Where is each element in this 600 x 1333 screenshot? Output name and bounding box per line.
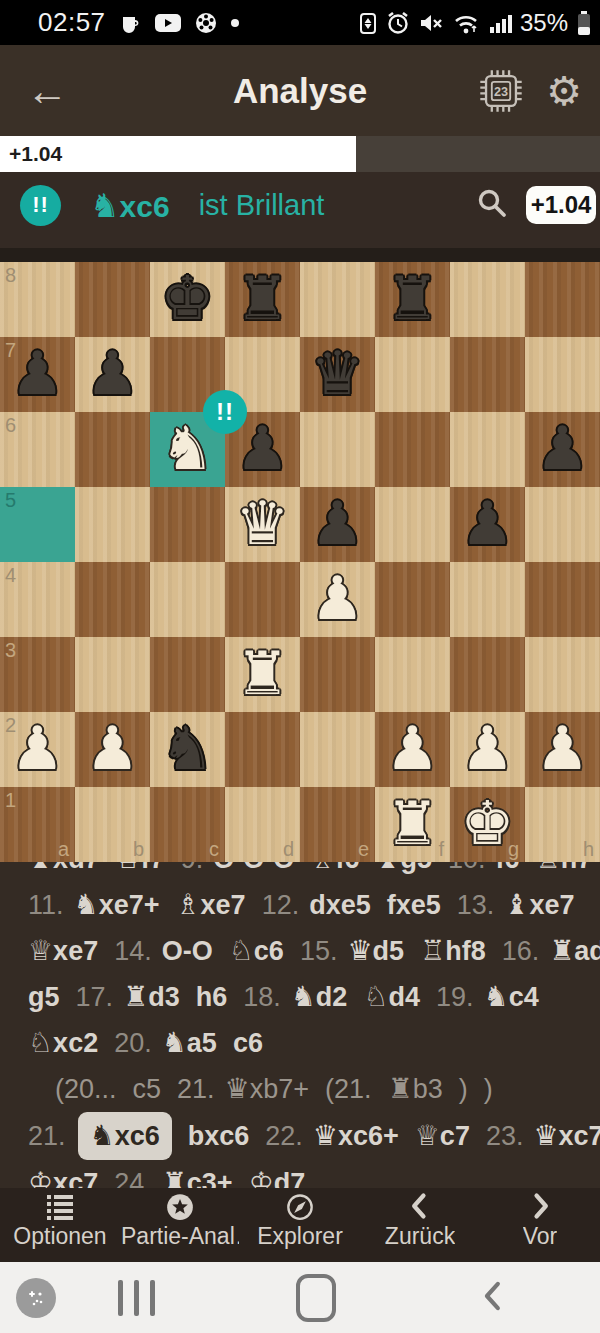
square-a6[interactable]: 6	[0, 412, 75, 487]
signal-icon	[488, 11, 512, 35]
evaluation-badge[interactable]: +1.04	[526, 186, 596, 224]
options-list-icon	[45, 1192, 75, 1220]
square-a8[interactable]: 8	[0, 262, 75, 337]
chevron-left-icon	[405, 1192, 435, 1220]
square-e1[interactable]: e	[300, 787, 375, 862]
figurine-icon: ♖	[420, 934, 445, 967]
move[interactable]: ♘c6	[229, 928, 284, 974]
move-number: 24.	[114, 1160, 152, 1188]
move[interactable]: dxe5	[309, 882, 371, 928]
move-number: 17.	[76, 974, 114, 1020]
move[interactable]: ♛d5	[347, 928, 404, 974]
engine-depth-badge: 23	[494, 85, 508, 99]
square-d3[interactable]: ♜	[225, 637, 300, 712]
rank-label-6: 6	[5, 414, 16, 437]
piece-white-queen: ♛	[225, 487, 300, 562]
move[interactable]: (21.	[325, 1066, 372, 1112]
figurine-icon: ♜	[162, 1166, 187, 1188]
move-number: 16.	[502, 928, 540, 974]
annotation-bar: !! ♞xc6 ist Brillant +1.04	[0, 172, 600, 248]
rank-label-4: 4	[5, 564, 16, 587]
square-e2[interactable]	[300, 712, 375, 787]
coffee-app-icon	[118, 11, 142, 35]
status-bar: 02:57 35%	[0, 0, 600, 45]
piece-white-rook: ♜	[375, 787, 450, 862]
piece-white-king: ♚	[450, 787, 525, 862]
figurine-icon: ♘	[28, 1026, 53, 1059]
move-number: 15.	[300, 928, 338, 974]
piece-black-queen: ♛	[300, 337, 375, 412]
square-a3[interactable]: 3	[0, 637, 75, 712]
figurine-icon: ♞	[90, 1119, 115, 1152]
square-f5[interactable]	[375, 487, 450, 562]
move-line-1: 11.♞xe7+♗xe712.dxe5fxe513.♝xe7	[0, 882, 600, 928]
square-h4[interactable]	[525, 562, 600, 637]
move[interactable]: ♔d7	[249, 1160, 306, 1188]
brilliant-badge-icon: !!	[20, 185, 61, 226]
move-number: 13.	[457, 882, 495, 928]
battery-icon	[576, 10, 592, 36]
evaluation-bar-white: +1.04	[0, 136, 356, 172]
move[interactable]: ♘xc2	[28, 1020, 98, 1066]
move[interactable]: c6	[233, 1020, 263, 1066]
move[interactable]: c5	[133, 1066, 162, 1112]
back-move-button[interactable]: Zurück	[360, 1188, 480, 1262]
move-number: 18.	[243, 974, 281, 1020]
figurine-icon: ♕	[415, 1119, 440, 1152]
move[interactable]: ♗f6	[310, 862, 359, 882]
square-a7[interactable]: 7♟	[0, 337, 75, 412]
youtube-icon	[154, 12, 182, 34]
move[interactable]: ♛xc7+	[533, 1113, 600, 1159]
square-c3[interactable]	[150, 637, 225, 712]
rank-label-1: 1	[5, 789, 16, 812]
move[interactable]: O-O-O	[213, 862, 294, 882]
square-d8[interactable]: ♜	[225, 262, 300, 337]
square-f8[interactable]: ♜	[375, 262, 450, 337]
move[interactable]: ♜ad1	[549, 928, 600, 974]
square-d4[interactable]	[225, 562, 300, 637]
square-d1[interactable]: d	[225, 787, 300, 862]
square-d5[interactable]: ♛	[225, 487, 300, 562]
star-circle-icon	[165, 1192, 195, 1220]
square-g7[interactable]	[450, 337, 525, 412]
figurine-icon: ♗	[310, 862, 335, 875]
square-a5[interactable]: 5	[0, 487, 75, 562]
chevron-right-icon	[525, 1192, 555, 1220]
move[interactable]: ♜b3	[388, 1066, 443, 1112]
move[interactable]: ♝xd7	[28, 862, 100, 882]
square-c5[interactable]	[150, 487, 225, 562]
figurine-icon: ♞	[291, 980, 316, 1013]
figurine-icon: ♘	[363, 980, 388, 1013]
file-label-b: b	[133, 838, 144, 861]
square-c2[interactable]: ♞	[150, 712, 225, 787]
square-a1[interactable]: 1a	[0, 787, 75, 862]
square-e3[interactable]	[300, 637, 375, 712]
figurine-icon: ♗	[175, 888, 200, 921]
move-line-0: ♝xd7♔f79.O-O-O♗f6♝g510.f6♖h7♜e7	[0, 862, 600, 882]
piece-white-rook: ♜	[225, 637, 300, 712]
current-move[interactable]: ♞xc6	[78, 1112, 172, 1160]
figurine-icon: ♔	[116, 862, 141, 875]
rank-label-5: 5	[5, 489, 16, 512]
square-f2[interactable]: ♟	[375, 712, 450, 787]
evaluation-value: +1.04	[9, 142, 62, 166]
square-c8[interactable]: ♚	[150, 262, 225, 337]
move-number: 21.	[177, 1066, 215, 1112]
square-g2[interactable]: ♟	[450, 712, 525, 787]
move-number: 9.	[181, 862, 204, 882]
move[interactable]: ♔xc7	[28, 1160, 98, 1188]
flower-app-icon	[194, 11, 218, 35]
figurine-icon: ♝	[28, 862, 53, 875]
piece-black-pawn: ♟	[225, 412, 300, 487]
battery-percent: 35%	[520, 9, 568, 37]
explorer-button[interactable]: Explorer	[240, 1188, 360, 1262]
move-number: 23.	[486, 1113, 524, 1159]
settings-gear-icon[interactable]: ⚙	[546, 71, 582, 111]
move[interactable]: ♝g5	[375, 862, 432, 882]
piece-white-pawn: ♟	[525, 712, 600, 787]
square-b4[interactable]	[75, 562, 150, 637]
figurine-icon: ♜	[123, 980, 148, 1013]
piece-black-pawn: ♟	[75, 337, 150, 412]
square-h8[interactable]	[525, 262, 600, 337]
square-f4[interactable]	[375, 562, 450, 637]
piece-white-pawn: ♟	[75, 712, 150, 787]
figurine-icon: ♞	[162, 1026, 187, 1059]
figurine-icon: ♛	[313, 1119, 338, 1152]
square-g3[interactable]	[450, 637, 525, 712]
move-line-4: ♘xc220.♞a5c6	[0, 1020, 600, 1066]
square-b5[interactable]	[75, 487, 150, 562]
figurine-icon: ♔	[28, 1166, 53, 1188]
square-a2[interactable]: 2♟	[0, 712, 75, 787]
move[interactable]: ♜c3+	[162, 1160, 233, 1188]
move[interactable]: ♞c4	[484, 974, 539, 1020]
move-line-7: ♔xc724.♜c3+♔d7	[0, 1160, 600, 1188]
alarm-icon	[386, 10, 410, 36]
square-c1[interactable]: c	[150, 787, 225, 862]
square-c6[interactable]: ♞	[150, 412, 225, 487]
square-b8[interactable]	[75, 262, 150, 337]
evaluation-bar: +1.04	[0, 136, 600, 172]
square-g6[interactable]	[450, 412, 525, 487]
move[interactable]: ♜d3	[123, 974, 180, 1020]
square-e5[interactable]: ♟	[300, 487, 375, 562]
recents-button[interactable]	[118, 1280, 155, 1316]
move[interactable]: g5	[28, 974, 60, 1020]
game-launcher-icon[interactable]	[16, 1278, 56, 1318]
square-f7[interactable]	[375, 337, 450, 412]
square-d2[interactable]	[225, 712, 300, 787]
move[interactable]: )	[459, 1066, 468, 1112]
annotated-move[interactable]: ♞xc6	[90, 186, 170, 225]
piece-white-knight: ♞	[150, 412, 225, 487]
square-e4[interactable]: ♟	[300, 562, 375, 637]
app-header: ← Analyse 23 ⚙	[0, 45, 600, 136]
figurine-icon: ♜	[388, 1072, 413, 1105]
move[interactable]: ♕xe7	[28, 928, 98, 974]
move[interactable]: bxc6	[188, 1113, 250, 1159]
piece-black-rook: ♜	[225, 262, 300, 337]
piece-black-knight: ♞	[150, 712, 225, 787]
move[interactable]: ♛xc6+	[313, 1113, 399, 1159]
square-b1[interactable]: b	[75, 787, 150, 862]
android-nav-bar	[0, 1262, 600, 1333]
square-h6[interactable]: ♟	[525, 412, 600, 487]
home-button[interactable]	[296, 1274, 336, 1322]
move[interactable]: ♞a5	[162, 1020, 217, 1066]
move-number: 22.	[265, 1113, 303, 1159]
figurine-icon: ♔	[249, 1166, 274, 1188]
square-b7[interactable]: ♟	[75, 337, 150, 412]
move[interactable]: ♝xe7	[504, 882, 574, 928]
square-h1[interactable]: h	[525, 787, 600, 862]
move-number: 21.	[28, 1113, 66, 1159]
file-label-h: h	[583, 838, 594, 861]
move-list[interactable]: ♝xd7♔f79.O-O-O♗f6♝g510.f6♖h7♜e711.♞xe7+♗…	[0, 862, 600, 1188]
figurine-icon: ♛	[225, 1072, 250, 1105]
notification-dot	[230, 18, 240, 28]
figurine-icon: ♘	[229, 934, 254, 967]
figurine-icon: ♞	[74, 888, 99, 921]
move-number: 10.	[448, 862, 486, 882]
square-g1[interactable]: g♚	[450, 787, 525, 862]
figurine-icon: ♞	[484, 980, 509, 1013]
move-line-3: g517.♜d3h618.♞d2♘d419.♞c4	[0, 974, 600, 1020]
piece-white-pawn: ♟	[300, 562, 375, 637]
square-e8[interactable]	[300, 262, 375, 337]
square-h2[interactable]: ♟	[525, 712, 600, 787]
move[interactable]: ♔f7	[116, 862, 165, 882]
piece-black-pawn: ♟	[300, 487, 375, 562]
square-d6[interactable]: ♟	[225, 412, 300, 487]
rank-label-8: 8	[5, 264, 16, 287]
square-b2[interactable]: ♟	[75, 712, 150, 787]
battery-saver-icon	[358, 10, 378, 36]
move-number: 19.	[436, 974, 474, 1020]
move-number: 12.	[262, 882, 300, 928]
move[interactable]: ♖h7	[536, 862, 593, 882]
engine-chip-icon[interactable]: 23	[478, 68, 524, 114]
move[interactable]: ♞d2	[291, 974, 348, 1020]
square-b6[interactable]	[75, 412, 150, 487]
move[interactable]: fxe5	[387, 882, 441, 928]
square-e6[interactable]	[300, 412, 375, 487]
rank-label-3: 3	[5, 639, 16, 662]
compass-icon	[285, 1192, 315, 1220]
square-g4[interactable]	[450, 562, 525, 637]
square-g8[interactable]	[450, 262, 525, 337]
chess-board: 8♚♜♜7♟♟♛6♞♟♟5♛♟♟4♟3♜2♟♟♞♟♟♟1abcdef♜g♚h	[0, 262, 600, 862]
square-f3[interactable]	[375, 637, 450, 712]
game-analysis-button[interactable]: Partie-Anal…	[120, 1188, 240, 1262]
move[interactable]: h6	[196, 974, 228, 1020]
phone-screen: 02:57 35% ← Analyse	[0, 0, 600, 1333]
piece-black-rook: ♜	[375, 262, 450, 337]
annotation-comment: ist Brillant	[199, 189, 325, 222]
file-label-c: c	[209, 838, 219, 861]
square-h7[interactable]	[525, 337, 600, 412]
square-a4[interactable]: 4	[0, 562, 75, 637]
move[interactable]: ♗xe7	[175, 882, 245, 928]
clock: 02:57	[38, 7, 106, 38]
move[interactable]: ♕c7	[415, 1113, 470, 1159]
mute-icon	[418, 11, 444, 35]
square-h5[interactable]	[525, 487, 600, 562]
figurine-icon: ♕	[28, 934, 53, 967]
move[interactable]: (20...	[55, 1066, 117, 1112]
piece-white-pawn: ♟	[0, 712, 75, 787]
square-f6[interactable]	[375, 412, 450, 487]
move[interactable]: ♘d4	[363, 974, 420, 1020]
square-b3[interactable]	[75, 637, 150, 712]
figurine-icon: ♛	[347, 934, 372, 967]
piece-black-pawn: ♟	[0, 337, 75, 412]
bottom-toolbar: Optionen Partie-Anal… Explorer Zurück	[0, 1188, 600, 1262]
android-back-button[interactable]	[478, 1279, 508, 1317]
figurine-icon: ♛	[533, 1119, 558, 1152]
move-line-2: ♕xe714.O-O♘c615.♛d5♖hf816.♜ad1	[0, 928, 600, 974]
square-f1[interactable]: f♜	[375, 787, 450, 862]
file-label-a: a	[58, 838, 69, 861]
figurine-icon: ♝	[504, 888, 529, 921]
figurine-icon: ♖	[536, 862, 561, 875]
move-number: 14.	[114, 928, 152, 974]
move-number: 11.	[28, 882, 64, 928]
figurine-icon: ♝	[375, 862, 400, 875]
piece-black-pawn: ♟	[525, 412, 600, 487]
move[interactable]: ♛xb7+	[225, 1066, 309, 1112]
piece-black-king: ♚	[150, 262, 225, 337]
search-icon[interactable]	[476, 187, 508, 223]
move[interactable]: ♞xe7+	[74, 882, 160, 928]
file-label-d: d	[283, 838, 294, 861]
square-e7[interactable]: ♛	[300, 337, 375, 412]
board-top-divider	[0, 248, 600, 262]
wifi-icon	[452, 11, 480, 35]
file-label-e: e	[358, 838, 369, 861]
square-h3[interactable]	[525, 637, 600, 712]
move-line-6: 21.♞xc6bxc622.♛xc6+♕c723.♛xc7+	[0, 1112, 600, 1160]
options-button[interactable]: Optionen	[0, 1188, 120, 1262]
knight-figurine-icon: ♞	[90, 186, 120, 225]
move[interactable]: f6	[496, 862, 520, 882]
move-number: 20.	[114, 1020, 152, 1066]
move-line-5: (20...c521.♛xb7+(21.♜b3))	[0, 1066, 600, 1112]
square-g5[interactable]: ♟	[450, 487, 525, 562]
piece-black-pawn: ♟	[450, 487, 525, 562]
square-d7[interactable]	[225, 337, 300, 412]
piece-white-pawn: ♟	[450, 712, 525, 787]
move[interactable]: ♖hf8	[420, 928, 486, 974]
move[interactable]: O-O	[162, 928, 213, 974]
forward-move-button[interactable]: Vor	[480, 1188, 600, 1262]
square-c4[interactable]	[150, 562, 225, 637]
square-c7[interactable]	[150, 337, 225, 412]
move[interactable]: )	[484, 1066, 493, 1112]
piece-white-pawn: ♟	[375, 712, 450, 787]
figurine-icon: ♜	[549, 934, 574, 967]
